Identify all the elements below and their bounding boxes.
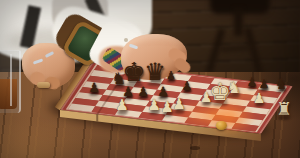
whiskey-liquid (0, 79, 17, 109)
glass-highlight (10, 54, 12, 106)
lamp-reflection (205, 96, 255, 138)
stool-post (234, 8, 243, 36)
photo-scene: ♟♞♚♛♟♟♟♟♟♟♟♞♟♟♟♟♟♚♞♟♜ (0, 0, 300, 158)
captured-pawn (37, 82, 50, 88)
wood-knot (190, 146, 200, 150)
